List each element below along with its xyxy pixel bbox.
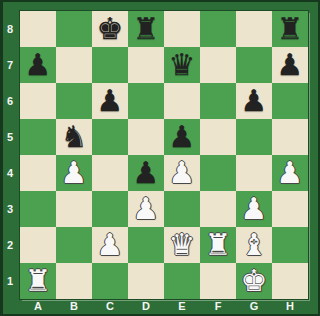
square-f4[interactable]	[200, 155, 236, 191]
piece-white-pawn: ♟	[133, 191, 160, 227]
piece-black-pawn: ♟	[133, 155, 160, 191]
file-labels: ABCDEFGH	[20, 299, 308, 316]
square-c8[interactable]: ♚	[92, 11, 128, 47]
square-b3[interactable]	[56, 191, 92, 227]
piece-black-knight: ♞	[61, 119, 88, 155]
rank-label-2: 2	[0, 227, 20, 263]
piece-black-rook: ♜	[133, 11, 160, 47]
square-b4[interactable]: ♟	[56, 155, 92, 191]
square-b6[interactable]	[56, 83, 92, 119]
square-d8[interactable]: ♜	[128, 11, 164, 47]
square-g2[interactable]: ♝	[236, 227, 272, 263]
piece-black-pawn: ♟	[241, 83, 268, 119]
chess-board-frame: 87654321 ♚♜♜♟♛♟♟♟♞♟♟♟♟♟♟♟♟♛♜♝♜♚ ABCDEFGH	[0, 0, 320, 316]
square-g8[interactable]	[236, 11, 272, 47]
square-f3[interactable]	[200, 191, 236, 227]
square-e1[interactable]	[164, 263, 200, 299]
square-h7[interactable]: ♟	[272, 47, 308, 83]
rank-label-3: 3	[0, 191, 20, 227]
rank-label-7: 7	[0, 47, 20, 83]
rank-label-8: 8	[0, 11, 20, 47]
square-e5[interactable]: ♟	[164, 119, 200, 155]
rank-label-1: 1	[0, 263, 20, 299]
rank-labels: 87654321	[0, 11, 20, 299]
square-f1[interactable]	[200, 263, 236, 299]
piece-black-queen: ♛	[169, 47, 196, 83]
piece-white-pawn: ♟	[241, 191, 268, 227]
piece-black-king: ♚	[97, 11, 124, 47]
piece-white-pawn: ♟	[61, 155, 88, 191]
piece-white-pawn: ♟	[97, 227, 124, 263]
file-label-d: D	[128, 299, 164, 316]
square-a2[interactable]	[20, 227, 56, 263]
square-a8[interactable]	[20, 11, 56, 47]
square-b5[interactable]: ♞	[56, 119, 92, 155]
square-h3[interactable]	[272, 191, 308, 227]
square-f7[interactable]	[200, 47, 236, 83]
square-a6[interactable]	[20, 83, 56, 119]
piece-black-pawn: ♟	[97, 83, 124, 119]
square-b2[interactable]	[56, 227, 92, 263]
piece-white-rook: ♜	[25, 263, 52, 299]
piece-white-rook: ♜	[205, 227, 232, 263]
square-h1[interactable]	[272, 263, 308, 299]
square-e6[interactable]	[164, 83, 200, 119]
square-g4[interactable]	[236, 155, 272, 191]
square-d5[interactable]	[128, 119, 164, 155]
file-label-g: G	[236, 299, 272, 316]
square-c1[interactable]	[92, 263, 128, 299]
piece-black-rook: ♜	[277, 11, 304, 47]
square-c2[interactable]: ♟	[92, 227, 128, 263]
square-h2[interactable]	[272, 227, 308, 263]
square-a4[interactable]	[20, 155, 56, 191]
square-d6[interactable]	[128, 83, 164, 119]
square-e4[interactable]: ♟	[164, 155, 200, 191]
square-h4[interactable]: ♟	[272, 155, 308, 191]
piece-black-pawn: ♟	[169, 119, 196, 155]
square-g5[interactable]	[236, 119, 272, 155]
rank-label-4: 4	[0, 155, 20, 191]
square-f5[interactable]	[200, 119, 236, 155]
square-e7[interactable]: ♛	[164, 47, 200, 83]
square-g1[interactable]: ♚	[236, 263, 272, 299]
square-b8[interactable]	[56, 11, 92, 47]
square-e2[interactable]: ♛	[164, 227, 200, 263]
square-g3[interactable]: ♟	[236, 191, 272, 227]
square-f2[interactable]: ♜	[200, 227, 236, 263]
file-label-e: E	[164, 299, 200, 316]
square-d4[interactable]: ♟	[128, 155, 164, 191]
square-f6[interactable]	[200, 83, 236, 119]
file-label-h: H	[272, 299, 308, 316]
square-d1[interactable]	[128, 263, 164, 299]
piece-white-queen: ♛	[169, 227, 196, 263]
square-e8[interactable]	[164, 11, 200, 47]
file-label-f: F	[200, 299, 236, 316]
file-label-c: C	[92, 299, 128, 316]
square-b1[interactable]	[56, 263, 92, 299]
piece-white-pawn: ♟	[169, 155, 196, 191]
piece-white-bishop: ♝	[241, 227, 268, 263]
rank-label-5: 5	[0, 119, 20, 155]
square-g6[interactable]: ♟	[236, 83, 272, 119]
square-c3[interactable]	[92, 191, 128, 227]
file-label-a: A	[20, 299, 56, 316]
piece-black-pawn: ♟	[277, 47, 304, 83]
rank-label-6: 6	[0, 83, 20, 119]
chess-board: ♚♜♜♟♛♟♟♟♞♟♟♟♟♟♟♟♟♛♜♝♜♚	[20, 11, 308, 299]
square-c5[interactable]	[92, 119, 128, 155]
square-b7[interactable]	[56, 47, 92, 83]
square-g7[interactable]	[236, 47, 272, 83]
piece-white-pawn: ♟	[277, 155, 304, 191]
file-label-b: B	[56, 299, 92, 316]
square-a1[interactable]: ♜	[20, 263, 56, 299]
piece-white-king: ♚	[241, 263, 268, 299]
square-a7[interactable]: ♟	[20, 47, 56, 83]
square-c6[interactable]: ♟	[92, 83, 128, 119]
square-a5[interactable]	[20, 119, 56, 155]
square-c4[interactable]	[92, 155, 128, 191]
square-f8[interactable]	[200, 11, 236, 47]
square-a3[interactable]	[20, 191, 56, 227]
square-e3[interactable]	[164, 191, 200, 227]
square-h5[interactable]	[272, 119, 308, 155]
square-d2[interactable]	[128, 227, 164, 263]
square-h8[interactable]: ♜	[272, 11, 308, 47]
piece-black-pawn: ♟	[25, 47, 52, 83]
square-h6[interactable]	[272, 83, 308, 119]
square-d3[interactable]: ♟	[128, 191, 164, 227]
square-d7[interactable]	[128, 47, 164, 83]
square-c7[interactable]	[92, 47, 128, 83]
